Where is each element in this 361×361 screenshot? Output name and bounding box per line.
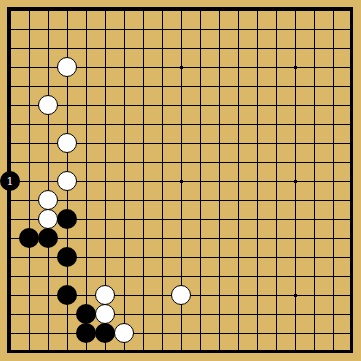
black-stone (95, 323, 115, 343)
black-stone (38, 228, 58, 248)
star-point (294, 180, 297, 183)
grid-line-vertical (314, 10, 315, 353)
star-point (180, 66, 183, 69)
grid-line-vertical (257, 10, 258, 353)
grid-line-vertical (238, 10, 239, 353)
white-stone (95, 285, 115, 305)
move-number-label: 1 (7, 176, 14, 187)
grid-line-vertical (219, 10, 220, 353)
black-stone (19, 228, 39, 248)
grid-line-horizontal (10, 276, 353, 277)
go-board: 1 (0, 0, 361, 361)
star-point (294, 66, 297, 69)
white-stone (38, 95, 58, 115)
white-stone (57, 171, 77, 191)
white-stone (38, 190, 58, 210)
white-stone (38, 209, 58, 229)
white-stone (57, 57, 77, 77)
grid-line-vertical (352, 10, 353, 353)
black-stone (57, 285, 77, 305)
grid-line-horizontal (10, 333, 353, 334)
black-stone (76, 323, 96, 343)
black-stone (57, 209, 77, 229)
star-point (180, 180, 183, 183)
white-stone (95, 304, 115, 324)
grid-line-horizontal (10, 200, 353, 201)
black-stone: 1 (0, 171, 20, 191)
white-stone (114, 323, 134, 343)
grid-line-horizontal (10, 314, 353, 315)
grid-line-vertical (333, 10, 334, 353)
black-stone (76, 304, 96, 324)
grid-line-horizontal (10, 238, 353, 239)
grid-line-vertical (276, 10, 277, 353)
black-stone (57, 247, 77, 267)
star-point (294, 294, 297, 297)
grid-line-horizontal (10, 352, 353, 353)
grid-line-vertical (200, 10, 201, 353)
white-stone (171, 285, 191, 305)
white-stone (57, 133, 77, 153)
